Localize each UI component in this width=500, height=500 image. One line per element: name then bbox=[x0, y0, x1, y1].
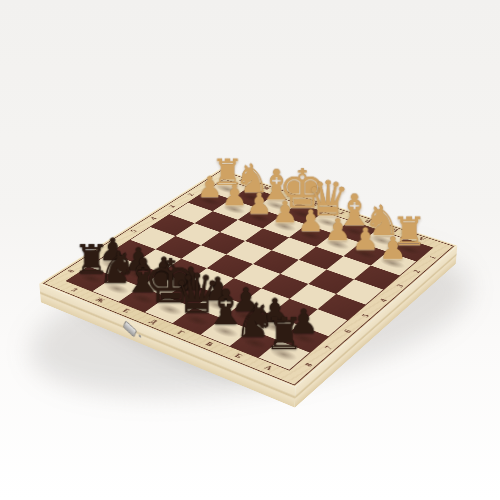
scene: ЗЗЖЖЕЕДДГГВВББАА1122334455667788 ♜♞♝♚♛♝♞… bbox=[0, 0, 500, 500]
latch-clasp-icon bbox=[123, 320, 138, 337]
black-rook-glyph: ♜ bbox=[249, 313, 320, 355]
latch-screw-icon bbox=[139, 334, 142, 338]
